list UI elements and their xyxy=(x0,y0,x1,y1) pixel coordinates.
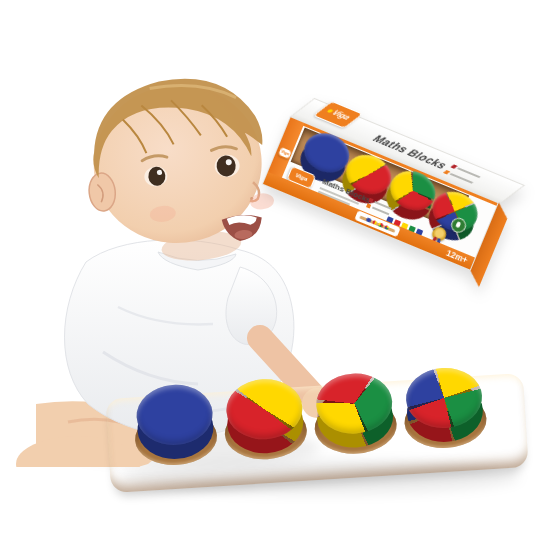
viga-logo-text: Viga xyxy=(329,109,353,122)
product-photo: Viga Maths Blocks Viga xyxy=(0,0,560,560)
viga-logo-text: Viga xyxy=(295,172,309,182)
baby-head xyxy=(78,70,279,271)
fraction-block-thirds xyxy=(314,371,395,452)
fraction-block-quarters xyxy=(404,366,485,447)
viga-logo-text: Viga xyxy=(280,149,290,157)
viga-logo: Viga xyxy=(313,101,364,129)
age-badge: 12m+ xyxy=(445,248,469,266)
fraction-block-halves xyxy=(225,377,306,458)
fraction-block-whole xyxy=(135,383,216,464)
leaf-icon xyxy=(455,221,461,228)
